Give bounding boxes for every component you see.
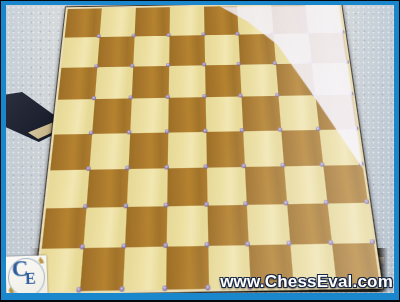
led-dot xyxy=(202,128,207,132)
led-dot xyxy=(369,239,375,244)
square xyxy=(128,132,168,169)
led-dot xyxy=(204,242,209,247)
led-dot xyxy=(164,129,169,133)
square xyxy=(316,95,358,129)
square xyxy=(92,99,131,134)
square xyxy=(276,64,315,97)
square xyxy=(309,33,348,64)
square xyxy=(323,164,367,203)
logo-knight-icon-top: ♞ xyxy=(37,256,45,265)
square xyxy=(312,63,352,96)
square xyxy=(204,35,240,66)
led-dot xyxy=(201,33,205,37)
square xyxy=(89,133,130,170)
square xyxy=(134,7,169,36)
square xyxy=(133,36,169,67)
led-dot xyxy=(203,164,208,169)
square xyxy=(239,34,276,65)
led-dot xyxy=(127,129,132,133)
chesseval-logo: ♞ ♞ C E xyxy=(6,255,48,293)
led-dot xyxy=(364,199,369,204)
led-dot xyxy=(284,200,289,205)
led-dot xyxy=(320,162,325,167)
square xyxy=(169,35,205,66)
square xyxy=(244,130,285,166)
square xyxy=(245,166,287,205)
square xyxy=(305,5,343,33)
square xyxy=(167,167,207,206)
square xyxy=(287,203,332,244)
square xyxy=(237,5,273,34)
square xyxy=(204,6,239,35)
led-dot xyxy=(162,285,167,291)
square xyxy=(206,167,247,206)
square xyxy=(86,169,128,208)
square xyxy=(50,133,92,170)
square xyxy=(207,205,249,246)
led-dot xyxy=(205,285,210,291)
led-dot xyxy=(119,286,124,292)
led-dot xyxy=(344,60,349,64)
led-dot xyxy=(166,33,170,37)
site-watermark: www.ChessEval.com xyxy=(220,272,393,292)
led-dot xyxy=(324,199,329,204)
square xyxy=(130,98,168,133)
square xyxy=(166,205,207,246)
led-dot xyxy=(316,126,321,130)
led-dot xyxy=(79,244,84,249)
led-dot xyxy=(353,125,358,129)
square xyxy=(205,97,243,131)
led-dot xyxy=(164,164,169,169)
led-dot xyxy=(163,243,168,248)
square xyxy=(99,8,135,37)
led-dot xyxy=(123,203,128,208)
logo-letter-e: E xyxy=(25,271,36,287)
square xyxy=(127,168,168,207)
square xyxy=(166,246,209,290)
square xyxy=(125,206,167,247)
led-dot xyxy=(358,161,363,166)
square xyxy=(247,204,290,245)
square xyxy=(83,207,126,248)
square xyxy=(168,98,206,132)
square xyxy=(319,129,362,165)
led-dot xyxy=(203,202,208,207)
square xyxy=(46,169,89,208)
chessboard-assembly xyxy=(34,5,383,293)
led-dot xyxy=(328,240,333,245)
square xyxy=(271,5,308,34)
square xyxy=(284,165,327,204)
square xyxy=(242,96,282,130)
chessboard-grid xyxy=(37,5,380,292)
carpet-background: ♞ ♞ C E www.ChessEval.com xyxy=(6,5,394,293)
square xyxy=(240,64,278,97)
square xyxy=(279,96,320,130)
square xyxy=(95,67,133,100)
led-dot xyxy=(281,162,286,167)
square xyxy=(205,65,242,98)
led-dot xyxy=(86,166,91,171)
square xyxy=(328,202,374,243)
led-dot xyxy=(121,243,126,248)
chessboard xyxy=(34,5,383,293)
square xyxy=(168,66,205,99)
square xyxy=(97,37,134,68)
led-dot xyxy=(166,63,170,67)
led-dot xyxy=(340,30,345,34)
square xyxy=(58,67,97,100)
led-dot xyxy=(83,204,88,209)
square xyxy=(169,7,204,36)
square xyxy=(281,129,323,165)
logo-knight-icon-bottom: ♞ xyxy=(7,286,15,293)
square xyxy=(65,8,102,37)
led-dot xyxy=(163,202,168,207)
square xyxy=(131,66,168,99)
chessboard-frame xyxy=(34,5,383,293)
square xyxy=(167,131,206,168)
photo-frame: ♞ ♞ C E www.ChessEval.com xyxy=(0,0,400,302)
square xyxy=(206,131,246,168)
led-dot xyxy=(349,92,354,96)
led-dot xyxy=(76,287,81,293)
square xyxy=(61,37,99,68)
square xyxy=(123,246,166,290)
square xyxy=(80,247,125,291)
led-dot xyxy=(201,63,205,67)
square xyxy=(42,207,87,248)
square xyxy=(274,33,312,64)
led-dot xyxy=(89,130,94,134)
led-dot xyxy=(125,165,130,170)
square xyxy=(54,99,94,134)
